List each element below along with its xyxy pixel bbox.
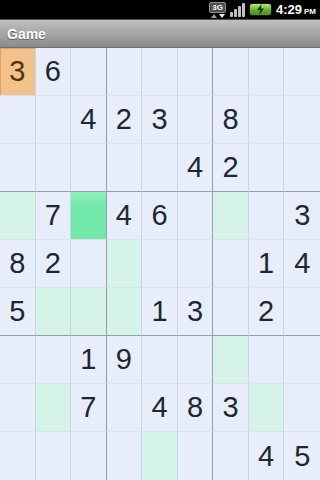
cell-r4c9[interactable]: 3 [284,192,320,240]
cell-r7c4[interactable]: 9 [107,336,143,384]
cell-r9c4[interactable] [107,432,143,480]
network-type-label: 3G [209,2,226,13]
page-title: Game [7,26,46,42]
cell-r5c9[interactable]: 4 [284,240,320,288]
cell-r7c3[interactable]: 1 [71,336,107,384]
status-time: 4:29 PM [276,2,316,17]
cell-r9c7[interactable] [213,432,249,480]
battery-charging-icon [249,3,272,16]
cell-r5c7[interactable] [213,240,249,288]
cell-r7c8[interactable] [249,336,285,384]
cell-r5c1[interactable]: 8 [0,240,36,288]
cell-r2c7[interactable]: 8 [213,96,249,144]
cell-r1c3[interactable] [71,48,107,96]
cell-r2c9[interactable] [284,96,320,144]
cell-r8c4[interactable] [107,384,143,432]
cell-r3c4[interactable] [107,144,143,192]
cell-r6c2[interactable] [36,288,72,336]
cell-r7c9[interactable] [284,336,320,384]
cell-r5c5[interactable] [142,240,178,288]
cell-r8c3[interactable]: 7 [71,384,107,432]
cell-r7c2[interactable] [36,336,72,384]
cell-r1c7[interactable] [213,48,249,96]
cell-r4c1[interactable] [0,192,36,240]
cell-r2c6[interactable] [178,96,214,144]
cell-r1c6[interactable] [178,48,214,96]
upload-arrow-icon [211,14,217,18]
signal-strength-icon [230,2,245,17]
cell-r6c7[interactable] [213,288,249,336]
cell-r6c8[interactable]: 2 [249,288,285,336]
cell-r3c8[interactable] [249,144,285,192]
cell-r7c7[interactable] [213,336,249,384]
cell-r8c9[interactable] [284,384,320,432]
download-arrow-icon [219,14,225,18]
cell-r8c1[interactable] [0,384,36,432]
cell-r6c9[interactable] [284,288,320,336]
cell-r5c6[interactable] [178,240,214,288]
cell-r9c2[interactable] [36,432,72,480]
cell-r2c4[interactable]: 2 [107,96,143,144]
cell-r5c2[interactable]: 2 [36,240,72,288]
cell-r1c9[interactable] [284,48,320,96]
cell-r8c2[interactable] [36,384,72,432]
cell-r3c6[interactable]: 4 [178,144,214,192]
cell-r4c5[interactable]: 6 [142,192,178,240]
cell-r1c5[interactable] [142,48,178,96]
cell-r4c6[interactable] [178,192,214,240]
cell-r3c3[interactable] [71,144,107,192]
cell-r7c6[interactable] [178,336,214,384]
cell-r4c3[interactable] [71,192,107,240]
cell-r3c7[interactable]: 2 [213,144,249,192]
time-meridiem: PM [304,7,316,16]
cell-r2c1[interactable] [0,96,36,144]
cell-r7c1[interactable] [0,336,36,384]
cell-r8c8[interactable] [249,384,285,432]
time-value: 4:29 [276,2,302,17]
cell-r1c8[interactable] [249,48,285,96]
lightning-bolt-icon [256,4,265,15]
cell-r2c8[interactable] [249,96,285,144]
mobile-network-3g-icon: 3G [209,2,226,18]
cell-r5c4[interactable] [107,240,143,288]
cell-r4c4[interactable]: 4 [107,192,143,240]
cell-r1c1[interactable]: 3 [0,48,36,96]
cell-r9c5[interactable] [142,432,178,480]
cell-r9c3[interactable] [71,432,107,480]
cell-r2c3[interactable]: 4 [71,96,107,144]
cell-r8c7[interactable]: 3 [213,384,249,432]
cell-r1c4[interactable] [107,48,143,96]
cell-r6c1[interactable]: 5 [0,288,36,336]
status-bar: 3G 4:29 PM [0,0,320,19]
cell-r8c6[interactable]: 8 [178,384,214,432]
cell-r4c7[interactable] [213,192,249,240]
cell-r6c4[interactable] [107,288,143,336]
cell-r4c8[interactable] [249,192,285,240]
cell-r2c2[interactable] [36,96,72,144]
cell-r3c9[interactable] [284,144,320,192]
cell-r8c5[interactable]: 4 [142,384,178,432]
data-activity-arrows-icon [211,14,225,18]
app-screen: 3G 4:29 PM Game 364238427463821451321974… [0,0,320,480]
cell-r3c1[interactable] [0,144,36,192]
cell-r9c9[interactable]: 5 [284,432,320,480]
cell-r1c2[interactable]: 6 [36,48,72,96]
cell-r4c2[interactable]: 7 [36,192,72,240]
cell-r9c8[interactable]: 4 [249,432,285,480]
cell-r9c6[interactable] [178,432,214,480]
cell-r5c8[interactable]: 1 [249,240,285,288]
cell-r9c1[interactable] [0,432,36,480]
cell-r6c6[interactable]: 3 [178,288,214,336]
cell-r2c5[interactable]: 3 [142,96,178,144]
sudoku-board[interactable]: 3642384274638214513219748345 [0,48,320,480]
title-bar: Game [0,19,320,48]
cell-r3c5[interactable] [142,144,178,192]
cell-r5c3[interactable] [71,240,107,288]
cell-r3c2[interactable] [36,144,72,192]
cell-r6c5[interactable]: 1 [142,288,178,336]
cell-r6c3[interactable] [71,288,107,336]
cell-r7c5[interactable] [142,336,178,384]
